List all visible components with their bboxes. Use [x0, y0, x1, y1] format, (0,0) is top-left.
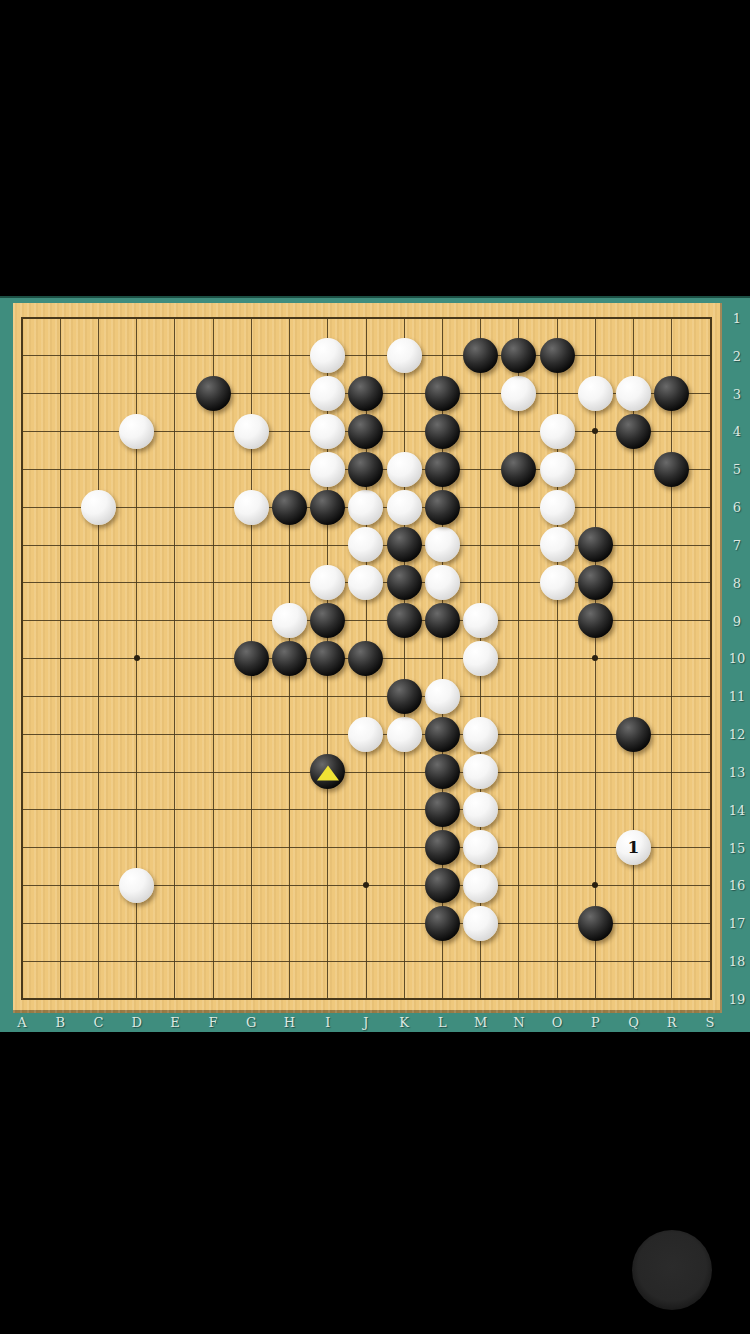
- column-label: J: [363, 1016, 368, 1029]
- row-label: 3: [733, 387, 741, 400]
- column-label: G: [246, 1016, 256, 1029]
- stone-black: [425, 792, 460, 827]
- stone-black: [616, 414, 651, 449]
- row-label: 5: [733, 463, 741, 476]
- stone-black: [425, 376, 460, 411]
- stone-white: [348, 717, 383, 752]
- column-label: O: [552, 1016, 563, 1029]
- stone-black: [425, 830, 460, 865]
- stone-white: [540, 414, 575, 449]
- stone-white: [540, 490, 575, 525]
- stone-black: [272, 490, 307, 525]
- column-label: I: [325, 1016, 330, 1029]
- stone-black: [387, 679, 422, 714]
- stone-white: [616, 376, 651, 411]
- stone-white: [234, 490, 269, 525]
- stone-white: [234, 414, 269, 449]
- stone-white: [310, 452, 345, 487]
- move-number-label: 1: [628, 838, 640, 855]
- row-label: 6: [733, 501, 741, 514]
- row-label: 2: [733, 349, 741, 362]
- column-label: S: [706, 1016, 715, 1029]
- column-label: L: [438, 1016, 447, 1029]
- row-label: 18: [729, 955, 746, 968]
- stone-black: [310, 490, 345, 525]
- stone-white: [387, 717, 422, 752]
- stone-black: [501, 452, 536, 487]
- stone-black: [387, 603, 422, 638]
- row-label: 16: [729, 879, 746, 892]
- column-label: A: [17, 1016, 26, 1029]
- stone-white: [387, 452, 422, 487]
- triangle-marker: [317, 765, 339, 780]
- row-label: 19: [729, 992, 746, 1005]
- stone-white: [540, 452, 575, 487]
- stone-black: [425, 717, 460, 752]
- row-label: 13: [729, 765, 746, 778]
- column-label: D: [131, 1016, 141, 1029]
- column-label: Q: [628, 1016, 639, 1029]
- column-label: C: [93, 1016, 103, 1029]
- stone-black: [540, 338, 575, 373]
- stone-white: [310, 414, 345, 449]
- row-label: 14: [729, 803, 746, 816]
- stone-black: [234, 641, 269, 676]
- stone-black: [310, 641, 345, 676]
- stone-black: [425, 452, 460, 487]
- stone-white: [463, 641, 498, 676]
- stone-black: [387, 565, 422, 600]
- row-label: 10: [729, 652, 746, 665]
- column-label: P: [591, 1016, 600, 1029]
- row-label: 15: [729, 841, 746, 854]
- stone-white: [540, 565, 575, 600]
- stone-white: [463, 906, 498, 941]
- column-label: K: [399, 1016, 409, 1029]
- stone-white: 1: [616, 830, 651, 865]
- stone-white: [81, 490, 116, 525]
- stone-white: [119, 414, 154, 449]
- stone-white: [387, 490, 422, 525]
- column-label: N: [513, 1016, 524, 1029]
- row-label: 12: [729, 728, 746, 741]
- row-label: 9: [733, 614, 741, 627]
- stone-white: [387, 338, 422, 373]
- column-label: B: [55, 1016, 65, 1029]
- stone-black: [616, 717, 651, 752]
- stone-white: [463, 868, 498, 903]
- stone-white: [348, 490, 383, 525]
- stone-black: [654, 452, 689, 487]
- stone-black: [425, 906, 460, 941]
- stone-white: [463, 717, 498, 752]
- stone-black: [425, 603, 460, 638]
- row-label: 17: [729, 917, 746, 930]
- stone-black: [425, 490, 460, 525]
- stone-white: [540, 527, 575, 562]
- stone-black: [387, 527, 422, 562]
- stone-white: [578, 376, 613, 411]
- column-label: M: [474, 1016, 487, 1029]
- stone-white: [425, 679, 460, 714]
- row-label: 7: [733, 538, 741, 551]
- column-label: H: [284, 1016, 295, 1029]
- column-label: F: [209, 1016, 218, 1029]
- stone-white: [119, 868, 154, 903]
- stone-black: [578, 603, 613, 638]
- row-label: 1: [733, 312, 741, 325]
- column-label: E: [170, 1016, 180, 1029]
- stone-black: [425, 868, 460, 903]
- row-label: 8: [733, 576, 741, 589]
- column-label: R: [667, 1016, 677, 1029]
- row-label: 11: [729, 690, 746, 703]
- row-label: 4: [733, 425, 741, 438]
- app-screen: ABCDEFGHIJKLMNOPQRS123456789101112131415…: [0, 0, 750, 1334]
- stone-white: [463, 830, 498, 865]
- stone-black: [196, 376, 231, 411]
- stone-black: [578, 565, 613, 600]
- floating-action-button[interactable]: [632, 1230, 712, 1310]
- stone-black: [425, 414, 460, 449]
- stone-white: [272, 603, 307, 638]
- stone-white: [425, 565, 460, 600]
- stone-black: [578, 906, 613, 941]
- stone-black: [272, 641, 307, 676]
